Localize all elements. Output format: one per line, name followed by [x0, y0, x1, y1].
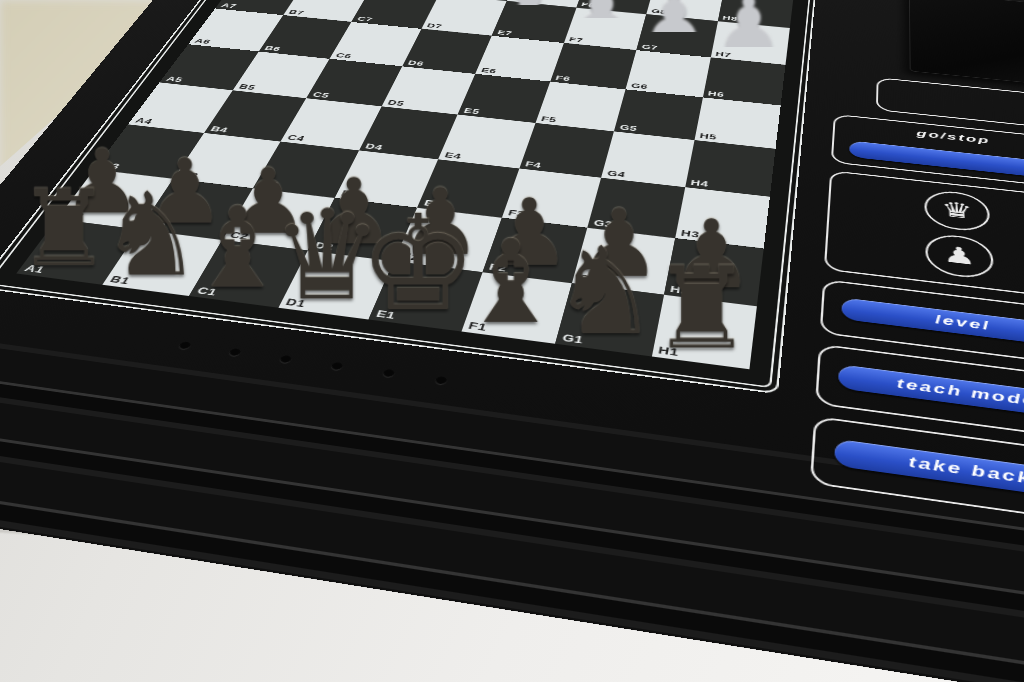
square-label: E4	[444, 151, 463, 160]
chess-computer: A8♜B8♞C8♝D8♛E8♚F8♝G8♞H8♜A7♟B7♟C7♟D7♟E7♟F…	[0, 0, 1024, 682]
teach-mode-button[interactable]: teach mode	[838, 364, 1024, 422]
piece-dark-rook[interactable]: ♜	[651, 255, 752, 363]
teach-mode-group: teach mode	[815, 344, 1024, 446]
square-h1[interactable]: H1♜	[651, 294, 757, 369]
square-g7[interactable]: G7♟	[636, 14, 717, 57]
square-label: C5	[311, 91, 330, 99]
square-label: D6	[407, 59, 425, 66]
piece-silver-pawn[interactable]: ♟	[496, 0, 562, 40]
square-g4[interactable]: G4	[601, 131, 694, 186]
square-label: B4	[209, 125, 229, 134]
square-label: B5	[238, 83, 257, 91]
indicator-dot	[279, 355, 292, 363]
control-panel: go/stop ♛ ♟ level teach mode	[797, 0, 1024, 494]
square-h4[interactable]: H4	[685, 140, 776, 196]
square-label: H5	[699, 132, 717, 141]
queen-icon: ♛	[941, 196, 974, 224]
piece-silver-pawn[interactable]: ♟	[287, 0, 352, 20]
piece-silver-pawn[interactable]: ♟	[568, 0, 635, 48]
square-label: H4	[690, 178, 709, 187]
square-label: D4	[364, 142, 384, 151]
square-label: C4	[286, 133, 306, 142]
indicator-dot	[228, 348, 242, 356]
level-group: level	[820, 279, 1024, 370]
queen-piece-button[interactable]: ♛	[924, 189, 991, 234]
piece-silver-pawn[interactable]: ♟	[715, 0, 783, 62]
square-label: D5	[386, 99, 405, 107]
square-label: G4	[607, 169, 627, 178]
square-label: A5	[165, 75, 185, 83]
piece-dark-rook[interactable]: ♜	[17, 179, 112, 279]
indicator-dot	[178, 341, 192, 349]
square-label: A4	[134, 116, 155, 124]
square-label: F5	[540, 115, 557, 123]
square-label: E5	[463, 107, 481, 115]
lcd-display	[909, 0, 1024, 94]
pawn-piece-button[interactable]: ♟	[925, 232, 995, 280]
indicator-dot	[330, 362, 343, 370]
piece-dark-bishop[interactable]: ♝	[459, 228, 563, 338]
square-label: G5	[619, 124, 638, 133]
square-label: F4	[524, 160, 542, 169]
piece-silver-pawn[interactable]: ♟	[641, 0, 708, 55]
board-grid: A8♜B8♞C8♝D8♛E8♚F8♝G8♞H8♜A7♟B7♟C7♟D7♟E7♟F…	[16, 0, 794, 369]
pawn-icon: ♟	[942, 240, 977, 270]
piece-dark-knight[interactable]: ♞	[551, 235, 660, 350]
scene: A8♜B8♞C8♝D8♛E8♚F8♝G8♞H8♜A7♟B7♟C7♟D7♟E7♟F…	[0, 0, 1024, 682]
square-g1[interactable]: G1♞	[555, 283, 663, 356]
square-e5[interactable]: E5	[458, 74, 550, 123]
level-button[interactable]: level	[841, 297, 1024, 349]
indicator-dot	[435, 376, 448, 385]
indicator-dot	[382, 369, 395, 378]
piece-select-group: ♛ ♟	[824, 170, 1024, 303]
